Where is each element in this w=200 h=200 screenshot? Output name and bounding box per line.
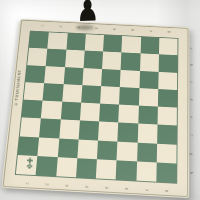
square[interactable] (62, 84, 82, 103)
square[interactable] (38, 137, 59, 157)
square[interactable] (66, 33, 86, 50)
chess-board: 12345678 12345678 abcdefgh abcdefgh ✮ TO… (1, 19, 189, 198)
square[interactable] (139, 71, 158, 89)
brand-text: ✮ TOURNAMENT (13, 70, 22, 107)
square[interactable] (60, 102, 81, 121)
board-grid (15, 31, 179, 184)
square[interactable] (159, 38, 178, 56)
square[interactable] (27, 48, 47, 66)
square[interactable] (82, 68, 102, 86)
square[interactable] (63, 67, 83, 85)
square[interactable] (96, 159, 117, 179)
square[interactable] (118, 105, 138, 124)
square[interactable] (80, 103, 100, 122)
square[interactable] (39, 119, 60, 138)
square[interactable] (59, 120, 80, 139)
square[interactable] (25, 65, 45, 83)
square[interactable] (98, 122, 118, 142)
square[interactable] (136, 161, 157, 181)
square[interactable] (119, 87, 139, 106)
square[interactable] (156, 162, 176, 183)
square[interactable] (157, 107, 177, 126)
square[interactable] (20, 118, 41, 137)
square[interactable] (158, 71, 177, 89)
square[interactable] (158, 89, 177, 108)
square[interactable] (140, 54, 159, 72)
square[interactable] (158, 54, 177, 72)
coords-right: abcdefgh (180, 40, 186, 183)
square[interactable] (78, 121, 99, 141)
square[interactable] (138, 106, 158, 125)
square[interactable] (77, 139, 98, 159)
square[interactable] (137, 142, 157, 162)
square[interactable] (157, 125, 177, 145)
square[interactable] (76, 158, 97, 178)
square[interactable] (156, 143, 176, 163)
square[interactable] (43, 83, 64, 102)
square[interactable] (56, 157, 77, 177)
square[interactable] (36, 156, 58, 176)
square[interactable] (101, 69, 121, 87)
square[interactable] (16, 155, 38, 175)
square[interactable] (44, 66, 64, 84)
square[interactable] (121, 53, 140, 71)
square[interactable] (116, 160, 137, 180)
square[interactable] (47, 32, 67, 49)
square[interactable] (65, 50, 85, 68)
square[interactable] (46, 49, 66, 67)
square[interactable] (118, 123, 138, 143)
square[interactable] (18, 136, 39, 156)
black-pawn[interactable]: ♟ (76, 0, 97, 31)
square[interactable] (84, 34, 103, 51)
square[interactable] (24, 82, 45, 101)
square[interactable] (99, 104, 119, 123)
brand-text-label: TOURNAMENT (14, 70, 22, 101)
square[interactable] (100, 86, 120, 105)
square[interactable] (103, 35, 122, 52)
photo-scene: 12345678 12345678 abcdefgh abcdefgh ✮ TO… (0, 0, 200, 200)
square[interactable] (81, 85, 101, 104)
square[interactable] (57, 138, 78, 158)
square[interactable] (22, 100, 43, 119)
brand-logo-icon: ✮ (13, 102, 19, 107)
square[interactable] (102, 52, 122, 70)
square[interactable] (117, 141, 137, 161)
square[interactable] (120, 70, 140, 88)
square[interactable] (97, 140, 118, 160)
square[interactable] (41, 101, 62, 120)
square[interactable] (137, 124, 157, 144)
square[interactable] (122, 36, 141, 54)
square[interactable] (140, 37, 159, 55)
square[interactable] (29, 31, 49, 48)
square[interactable] (83, 51, 103, 69)
square[interactable] (138, 88, 158, 107)
